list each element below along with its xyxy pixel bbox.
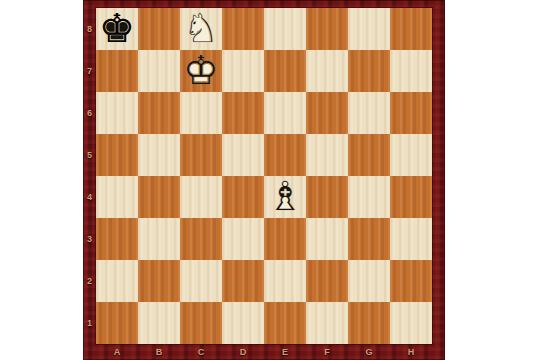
square-c7[interactable]: ♚♔: [180, 50, 222, 92]
square-e3[interactable]: [264, 218, 306, 260]
square-b6[interactable]: [138, 92, 180, 134]
square-f8[interactable]: [306, 8, 348, 50]
square-c1[interactable]: [180, 302, 222, 344]
square-a3[interactable]: [96, 218, 138, 260]
square-a8[interactable]: ♚♔: [96, 8, 138, 50]
square-b7[interactable]: [138, 50, 180, 92]
chess-board-frame: 87654321 ABCDEFGH ♚♔♞♘♚♔♝♗: [83, 0, 445, 360]
file-label-f: F: [306, 344, 348, 360]
square-c4[interactable]: [180, 176, 222, 218]
square-f4[interactable]: [306, 176, 348, 218]
square-c2[interactable]: [180, 260, 222, 302]
rank-label-1: 1: [83, 302, 96, 344]
square-b2[interactable]: [138, 260, 180, 302]
square-f3[interactable]: [306, 218, 348, 260]
file-label-g: G: [348, 344, 390, 360]
file-label-d: D: [222, 344, 264, 360]
page: 87654321 ABCDEFGH ♚♔♞♘♚♔♝♗: [0, 0, 540, 360]
square-d7[interactable]: [222, 50, 264, 92]
file-label-c: C: [180, 344, 222, 360]
file-label-a: A: [96, 344, 138, 360]
square-g5[interactable]: [348, 134, 390, 176]
square-a5[interactable]: [96, 134, 138, 176]
square-f6[interactable]: [306, 92, 348, 134]
square-b8[interactable]: [138, 8, 180, 50]
square-d5[interactable]: [222, 134, 264, 176]
file-label-e: E: [264, 344, 306, 360]
square-f1[interactable]: [306, 302, 348, 344]
square-h6[interactable]: [390, 92, 432, 134]
square-a2[interactable]: [96, 260, 138, 302]
square-e4[interactable]: ♝♗: [264, 176, 306, 218]
square-h3[interactable]: [390, 218, 432, 260]
square-e5[interactable]: [264, 134, 306, 176]
square-d1[interactable]: [222, 302, 264, 344]
piece-glyph-outline: ♘: [180, 7, 222, 49]
square-c6[interactable]: [180, 92, 222, 134]
piece-glyph-outline: ♔: [96, 7, 138, 49]
square-a7[interactable]: [96, 50, 138, 92]
square-h2[interactable]: [390, 260, 432, 302]
square-d4[interactable]: [222, 176, 264, 218]
rank-label-8: 8: [83, 8, 96, 50]
square-e8[interactable]: [264, 8, 306, 50]
file-label-b: B: [138, 344, 180, 360]
square-g3[interactable]: [348, 218, 390, 260]
square-c8[interactable]: ♞♘: [180, 8, 222, 50]
square-h1[interactable]: [390, 302, 432, 344]
rank-label-5: 5: [83, 134, 96, 176]
white-king[interactable]: ♚♔: [180, 50, 222, 92]
square-g6[interactable]: [348, 92, 390, 134]
square-f7[interactable]: [306, 50, 348, 92]
white-knight[interactable]: ♞♘: [180, 8, 222, 50]
square-a1[interactable]: [96, 302, 138, 344]
square-d6[interactable]: [222, 92, 264, 134]
square-b1[interactable]: [138, 302, 180, 344]
rank-label-3: 3: [83, 218, 96, 260]
square-f5[interactable]: [306, 134, 348, 176]
white-bishop[interactable]: ♝♗: [264, 176, 306, 218]
square-d8[interactable]: [222, 8, 264, 50]
rank-label-2: 2: [83, 260, 96, 302]
square-c3[interactable]: [180, 218, 222, 260]
square-e6[interactable]: [264, 92, 306, 134]
piece-glyph-outline: ♔: [180, 49, 222, 91]
square-h7[interactable]: [390, 50, 432, 92]
square-e7[interactable]: [264, 50, 306, 92]
rank-labels: 87654321: [83, 8, 96, 344]
square-h8[interactable]: [390, 8, 432, 50]
square-b4[interactable]: [138, 176, 180, 218]
square-e1[interactable]: [264, 302, 306, 344]
rank-label-4: 4: [83, 176, 96, 218]
square-c5[interactable]: [180, 134, 222, 176]
square-a4[interactable]: [96, 176, 138, 218]
rank-label-6: 6: [83, 92, 96, 134]
square-e2[interactable]: [264, 260, 306, 302]
rank-label-7: 7: [83, 50, 96, 92]
square-g2[interactable]: [348, 260, 390, 302]
file-labels: ABCDEFGH: [96, 344, 432, 360]
square-a6[interactable]: [96, 92, 138, 134]
square-g8[interactable]: [348, 8, 390, 50]
square-b5[interactable]: [138, 134, 180, 176]
piece-glyph-outline: ♗: [264, 175, 306, 217]
square-d2[interactable]: [222, 260, 264, 302]
square-g4[interactable]: [348, 176, 390, 218]
square-h4[interactable]: [390, 176, 432, 218]
black-king[interactable]: ♚♔: [96, 8, 138, 50]
square-h5[interactable]: [390, 134, 432, 176]
square-d3[interactable]: [222, 218, 264, 260]
square-b3[interactable]: [138, 218, 180, 260]
square-f2[interactable]: [306, 260, 348, 302]
file-label-h: H: [390, 344, 432, 360]
square-g1[interactable]: [348, 302, 390, 344]
square-g7[interactable]: [348, 50, 390, 92]
board-squares: ♚♔♞♘♚♔♝♗: [96, 8, 432, 344]
